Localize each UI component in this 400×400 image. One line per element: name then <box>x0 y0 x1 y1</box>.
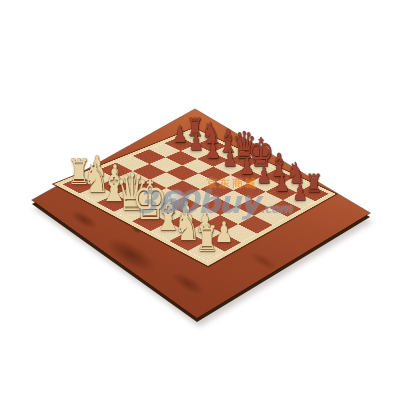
chess-set-photo: ♜♞♝♛♚♝♞♜♟♟♟♟♟♟♟♟♟♟♟♟♟♟♟♟♜♞♝♛♚♝♞♜ 京东商城 36… <box>0 0 400 400</box>
watermark-suffix: .com <box>260 201 291 216</box>
watermark-main-text: 360buy.com <box>136 184 291 220</box>
watermark: 京东商城 360buy.com <box>136 176 276 234</box>
watermark-brand: 360buy <box>136 184 259 220</box>
